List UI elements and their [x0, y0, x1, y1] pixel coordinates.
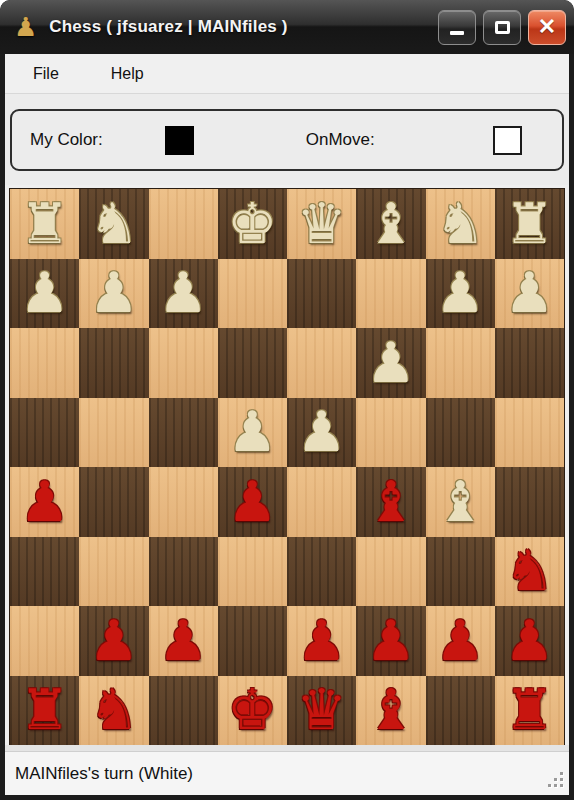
square-f2[interactable]: ♟ [149, 259, 218, 329]
white-pawn: ♟ [227, 404, 277, 460]
white-pawn: ♟ [20, 265, 70, 321]
black-king: ♚ [227, 682, 277, 738]
client-area: File Help My Color: OnMove: ♜♞♚♛♝♞♜♟♟♟♟♟… [5, 54, 569, 795]
white-pawn: ♟ [435, 265, 485, 321]
square-b6[interactable] [426, 537, 495, 607]
square-b8[interactable] [426, 676, 495, 746]
menu-bar: File Help [5, 54, 569, 94]
white-rook: ♜ [20, 196, 70, 252]
black-pawn: ♟ [297, 613, 347, 669]
square-d7[interactable]: ♟ [287, 606, 356, 676]
square-e7[interactable] [218, 606, 287, 676]
square-g8[interactable]: ♞ [79, 676, 148, 746]
black-bishop: ♝ [366, 474, 416, 530]
square-a3[interactable] [495, 328, 564, 398]
square-c1[interactable]: ♝ [356, 189, 425, 259]
square-e2[interactable] [218, 259, 287, 329]
black-rook: ♜ [504, 682, 554, 738]
black-pawn: ♟ [227, 474, 277, 530]
square-a6[interactable]: ♞ [495, 537, 564, 607]
black-pawn: ♟ [435, 613, 485, 669]
close-button[interactable]: ✕ [528, 10, 566, 45]
on-move-swatch [493, 126, 522, 155]
square-h8[interactable]: ♜ [10, 676, 79, 746]
square-f4[interactable] [149, 398, 218, 468]
square-g4[interactable] [79, 398, 148, 468]
menu-file[interactable]: File [27, 61, 65, 87]
square-h2[interactable]: ♟ [10, 259, 79, 329]
square-c8[interactable]: ♝ [356, 676, 425, 746]
square-a5[interactable] [495, 467, 564, 537]
white-pawn: ♟ [297, 404, 347, 460]
square-f5[interactable] [149, 467, 218, 537]
white-bishop: ♝ [435, 474, 485, 530]
square-a1[interactable]: ♜ [495, 189, 564, 259]
square-e4[interactable]: ♟ [218, 398, 287, 468]
square-a4[interactable] [495, 398, 564, 468]
square-b1[interactable]: ♞ [426, 189, 495, 259]
square-b4[interactable] [426, 398, 495, 468]
black-rook: ♜ [20, 682, 70, 738]
square-h5[interactable]: ♟ [10, 467, 79, 537]
black-knight: ♞ [504, 543, 554, 599]
square-g5[interactable] [79, 467, 148, 537]
square-c2[interactable] [356, 259, 425, 329]
white-pawn: ♟ [158, 265, 208, 321]
square-h4[interactable] [10, 398, 79, 468]
white-pawn: ♟ [504, 265, 554, 321]
square-d5[interactable] [287, 467, 356, 537]
square-g7[interactable]: ♟ [79, 606, 148, 676]
square-g2[interactable]: ♟ [79, 259, 148, 329]
status-bar: MAINfiles's turn (White) [5, 751, 569, 795]
square-c4[interactable] [356, 398, 425, 468]
white-knight: ♞ [435, 196, 485, 252]
black-queen: ♛ [297, 682, 347, 738]
board-container: ♜♞♚♛♝♞♜♟♟♟♟♟♟♟♟♟♟♝♝♞♟♟♟♟♟♟♜♞♚♛♝♜ [5, 185, 569, 745]
white-king: ♚ [227, 196, 277, 252]
square-h7[interactable] [10, 606, 79, 676]
square-d3[interactable] [287, 328, 356, 398]
white-queen: ♛ [297, 196, 347, 252]
my-color-label: My Color: [30, 130, 103, 150]
square-f1[interactable] [149, 189, 218, 259]
on-move-label: OnMove: [306, 130, 375, 150]
square-d2[interactable] [287, 259, 356, 329]
square-d4[interactable]: ♟ [287, 398, 356, 468]
color-groupbox: My Color: OnMove: [10, 109, 564, 171]
white-pawn: ♟ [89, 265, 139, 321]
black-pawn: ♟ [89, 613, 139, 669]
resize-grip[interactable] [547, 772, 563, 788]
black-bishop: ♝ [366, 682, 416, 738]
square-e8[interactable]: ♚ [218, 676, 287, 746]
square-a2[interactable]: ♟ [495, 259, 564, 329]
white-rook: ♜ [504, 196, 554, 252]
square-g1[interactable]: ♞ [79, 189, 148, 259]
square-b2[interactable]: ♟ [426, 259, 495, 329]
square-g6[interactable] [79, 537, 148, 607]
square-e3[interactable] [218, 328, 287, 398]
square-h3[interactable] [10, 328, 79, 398]
black-pawn: ♟ [158, 613, 208, 669]
window-buttons: ✕ [438, 10, 566, 45]
square-a8[interactable]: ♜ [495, 676, 564, 746]
minimize-button[interactable] [438, 10, 476, 45]
square-d1[interactable]: ♛ [287, 189, 356, 259]
square-b7[interactable]: ♟ [426, 606, 495, 676]
square-h6[interactable] [10, 537, 79, 607]
menu-help[interactable]: Help [105, 61, 150, 87]
square-d8[interactable]: ♛ [287, 676, 356, 746]
white-pawn: ♟ [366, 335, 416, 391]
maximize-icon [495, 21, 510, 34]
close-icon: ✕ [538, 16, 556, 38]
window-title: Chess ( jfsuarez | MAINfiles ) [49, 17, 438, 37]
square-e6[interactable] [218, 537, 287, 607]
square-f8[interactable] [149, 676, 218, 746]
square-e5[interactable]: ♟ [218, 467, 287, 537]
white-knight: ♞ [89, 196, 139, 252]
color-panel: My Color: OnMove: [5, 94, 569, 185]
square-a7[interactable]: ♟ [495, 606, 564, 676]
square-c6[interactable] [356, 537, 425, 607]
square-f6[interactable] [149, 537, 218, 607]
square-f3[interactable] [149, 328, 218, 398]
square-c3[interactable]: ♟ [356, 328, 425, 398]
square-b3[interactable] [426, 328, 495, 398]
square-d6[interactable] [287, 537, 356, 607]
square-b5[interactable]: ♝ [426, 467, 495, 537]
square-e1[interactable]: ♚ [218, 189, 287, 259]
square-h1[interactable]: ♜ [10, 189, 79, 259]
title-bar[interactable]: ♟ Chess ( jfsuarez | MAINfiles ) ✕ [0, 0, 574, 54]
pawn-icon: ♟ [14, 14, 37, 40]
white-bishop: ♝ [366, 196, 416, 252]
black-pawn: ♟ [504, 613, 554, 669]
square-c7[interactable]: ♟ [356, 606, 425, 676]
my-color-swatch [165, 126, 194, 155]
minimize-icon [450, 31, 464, 35]
turn-status-text: MAINfiles's turn (White) [15, 764, 193, 784]
square-g3[interactable] [79, 328, 148, 398]
square-c5[interactable]: ♝ [356, 467, 425, 537]
chess-board: ♜♞♚♛♝♞♜♟♟♟♟♟♟♟♟♟♟♝♝♞♟♟♟♟♟♟♜♞♚♛♝♜ [10, 189, 564, 745]
black-knight: ♞ [89, 682, 139, 738]
chess-app-window: ♟ Chess ( jfsuarez | MAINfiles ) ✕ File … [0, 0, 574, 800]
black-pawn: ♟ [366, 613, 416, 669]
maximize-button[interactable] [483, 10, 521, 45]
black-pawn: ♟ [20, 474, 70, 530]
square-f7[interactable]: ♟ [149, 606, 218, 676]
